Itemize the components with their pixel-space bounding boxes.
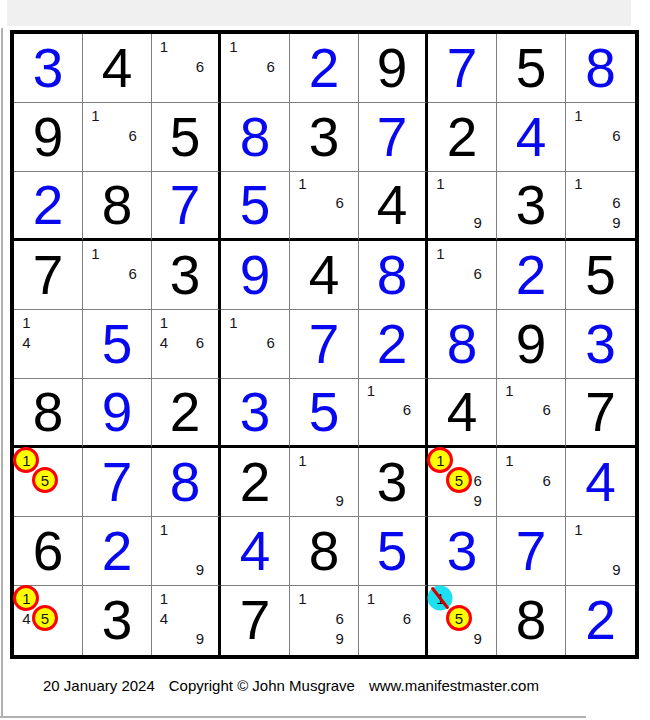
candidate-digit: 6 bbox=[196, 59, 204, 74]
candidate-slot-5 bbox=[312, 608, 331, 628]
cell-r3c2[interactable]: 8 bbox=[83, 172, 152, 241]
candidate-slot-8 bbox=[519, 420, 538, 439]
cell-r1c4[interactable]: 16 bbox=[221, 34, 290, 103]
candidate-digit: 1 bbox=[574, 108, 582, 123]
solved-digit: 5 bbox=[290, 379, 358, 445]
cell-r7c5[interactable]: 19 bbox=[290, 448, 359, 517]
candidate-slot-4: 4 bbox=[155, 332, 173, 352]
candidate-slot-1: 1 bbox=[362, 588, 380, 608]
solved-digit: 8 bbox=[359, 241, 425, 309]
given-digit: 8 bbox=[290, 517, 358, 585]
footer-website[interactable]: www.manifestmaster.com bbox=[369, 677, 539, 694]
cell-r9c2[interactable]: 3 bbox=[83, 586, 152, 655]
cell-r2c9[interactable]: 16 bbox=[566, 103, 635, 172]
candidate-slot-3 bbox=[191, 36, 209, 56]
candidate-digit: 1 bbox=[505, 453, 513, 468]
candidate-slot-1: 1 bbox=[431, 174, 450, 193]
candidate-slot-5 bbox=[380, 608, 398, 628]
cell-r8c9[interactable]: 19 bbox=[566, 517, 635, 586]
candidate-slot-6: 6 bbox=[261, 56, 280, 76]
candidate-slot-1: 1 bbox=[17, 312, 36, 332]
candidate-slot-3 bbox=[607, 105, 626, 125]
given-digit: 6 bbox=[14, 517, 82, 585]
cell-r5c1[interactable]: 14 bbox=[14, 310, 83, 379]
cell-r1c3[interactable]: 16 bbox=[152, 34, 221, 103]
candidate-slot-4: 4 bbox=[17, 332, 36, 352]
candidate-slot-6 bbox=[54, 332, 73, 352]
candidate-slot-6: 6 bbox=[330, 608, 349, 628]
candidate-slot-3 bbox=[468, 243, 487, 263]
cell-r6c6[interactable]: 16 bbox=[359, 379, 428, 448]
candidate-slot-2 bbox=[519, 450, 538, 470]
candidate-slot-6: 6 bbox=[261, 332, 280, 352]
solved-digit: 3 bbox=[566, 310, 635, 378]
candidate-slot-7 bbox=[155, 76, 173, 96]
candidate-digit: 6 bbox=[473, 473, 481, 488]
candidate-slot-5 bbox=[519, 470, 538, 490]
candidate-grid: 16 bbox=[221, 310, 289, 378]
cell-r2c4[interactable]: 8 bbox=[221, 103, 290, 172]
candidate-digit: 1 bbox=[22, 453, 30, 468]
cell-r2c5[interactable]: 3 bbox=[290, 103, 359, 172]
solved-digit: 8 bbox=[221, 103, 289, 171]
candidate-slot-2 bbox=[36, 312, 55, 332]
given-digit: 4 bbox=[359, 172, 425, 238]
candidate-slot-5 bbox=[519, 400, 538, 419]
solved-digit: 4 bbox=[566, 448, 635, 516]
candidate-slot-6: 6 bbox=[191, 56, 209, 76]
cell-r5c3[interactable]: 146 bbox=[152, 310, 221, 379]
cell-r9c1[interactable]: 145 bbox=[14, 586, 83, 655]
cell-r8c5[interactable]: 8 bbox=[290, 517, 359, 586]
cell-r6c5[interactable]: 5 bbox=[290, 379, 359, 448]
cell-r6c3[interactable]: 2 bbox=[152, 379, 221, 448]
cell-r6c4[interactable]: 3 bbox=[221, 379, 290, 448]
candidate-slot-9: 9 bbox=[191, 559, 209, 579]
candidate-slot-6: 6 bbox=[537, 470, 556, 490]
candidate-slot-1: 1 bbox=[86, 105, 105, 125]
solved-digit: 5 bbox=[83, 310, 151, 378]
candidate-slot-7 bbox=[17, 629, 36, 649]
candidate-slot-2 bbox=[243, 36, 262, 56]
candidate-slot-8 bbox=[312, 490, 331, 510]
cell-r6c1[interactable]: 8 bbox=[14, 379, 83, 448]
candidate-slot-3 bbox=[54, 450, 73, 470]
window-left-edge bbox=[1, 28, 3, 718]
candidate-digit: 6 bbox=[335, 195, 343, 210]
candidate-slot-1: 1 bbox=[500, 381, 519, 400]
candidate-digit: 1 bbox=[91, 108, 99, 123]
candidate-digit: 1 bbox=[367, 383, 375, 398]
candidate-slot-6 bbox=[607, 539, 626, 559]
cell-r8c2[interactable]: 2 bbox=[83, 517, 152, 586]
candidate-slot-7 bbox=[293, 629, 312, 649]
solved-digit: 9 bbox=[221, 241, 289, 309]
candidate-slot-3 bbox=[398, 588, 416, 608]
candidate-slot-9 bbox=[191, 76, 209, 96]
cell-r4c9[interactable]: 5 bbox=[566, 241, 635, 310]
cell-r7c4[interactable]: 2 bbox=[221, 448, 290, 517]
candidate-slot-6: 6 bbox=[123, 125, 142, 145]
candidate-slot-1: 1 bbox=[293, 174, 312, 193]
candidate-digit: 1 bbox=[229, 39, 237, 54]
candidate-slot-3 bbox=[468, 174, 487, 193]
candidate-digit: 6 bbox=[542, 473, 550, 488]
candidate-slot-5: 5 bbox=[450, 608, 469, 628]
candidate-digit: 6 bbox=[403, 611, 411, 626]
cell-r9c6[interactable]: 16 bbox=[359, 586, 428, 655]
candidate-slot-5: 5 bbox=[36, 470, 55, 490]
candidate-slot-7 bbox=[155, 352, 173, 372]
candidate-slot-8 bbox=[588, 145, 607, 165]
candidate-slot-5 bbox=[312, 193, 331, 212]
candidate-digit: 5 bbox=[455, 611, 463, 626]
candidate-digit: 6 bbox=[196, 335, 204, 350]
candidate-slot-1: 1 bbox=[155, 36, 173, 56]
candidate-slot-9 bbox=[468, 283, 487, 303]
candidate-digit: 1 bbox=[298, 176, 306, 191]
cell-r4c8[interactable]: 2 bbox=[497, 241, 566, 310]
candidate-slot-4 bbox=[155, 539, 173, 559]
candidate-slot-3 bbox=[330, 174, 349, 193]
given-digit: 8 bbox=[83, 172, 151, 238]
candidate-slot-4 bbox=[86, 125, 105, 145]
candidate-digit: 1 bbox=[91, 246, 99, 261]
cell-r9c8[interactable]: 8 bbox=[497, 586, 566, 655]
candidate-slot-3 bbox=[191, 312, 209, 332]
candidate-slot-9 bbox=[54, 629, 73, 649]
cell-r5c9[interactable]: 3 bbox=[566, 310, 635, 379]
candidate-slot-5 bbox=[312, 470, 331, 490]
candidate-slot-4 bbox=[569, 125, 588, 145]
candidate-digit: 4 bbox=[160, 335, 168, 350]
candidate-slot-8 bbox=[450, 283, 469, 303]
candidate-slot-4 bbox=[569, 193, 588, 212]
candidate-slot-3 bbox=[191, 588, 209, 608]
candidate-slot-7 bbox=[362, 420, 380, 439]
cell-r4c2[interactable]: 16 bbox=[83, 241, 152, 310]
candidate-slot-9 bbox=[607, 145, 626, 165]
candidate-grid: 16 bbox=[359, 379, 425, 445]
cell-r1c5[interactable]: 2 bbox=[290, 34, 359, 103]
cell-r4c1[interactable]: 7 bbox=[14, 241, 83, 310]
cell-r9c4[interactable]: 7 bbox=[221, 586, 290, 655]
cell-r3c5[interactable]: 16 bbox=[290, 172, 359, 241]
candidate-slot-1: 1 bbox=[17, 588, 36, 608]
given-digit: 7 bbox=[566, 379, 635, 445]
candidate-slot-1: 1 bbox=[362, 381, 380, 400]
candidate-slot-2 bbox=[312, 588, 331, 608]
candidate-grid: 16 bbox=[497, 379, 565, 445]
candidate-slot-4: 4 bbox=[155, 608, 173, 628]
given-digit: 3 bbox=[497, 172, 565, 238]
cell-r4c7[interactable]: 16 bbox=[428, 241, 497, 310]
cell-r7c7[interactable]: 1569 bbox=[428, 448, 497, 517]
candidate-grid: 19 bbox=[290, 448, 358, 516]
candidate-slot-2 bbox=[105, 243, 124, 263]
cell-r7c2[interactable]: 7 bbox=[83, 448, 152, 517]
cell-r9c9[interactable]: 2 bbox=[566, 586, 635, 655]
candidate-slot-7 bbox=[86, 283, 105, 303]
candidate-digit: 1 bbox=[436, 246, 444, 261]
candidate-slot-4 bbox=[155, 56, 173, 76]
candidate-grid: 14 bbox=[14, 310, 82, 378]
candidate-slot-1: 1 bbox=[431, 588, 450, 608]
candidate-slot-4 bbox=[86, 263, 105, 283]
candidate-slot-9 bbox=[261, 352, 280, 372]
candidate-slot-4 bbox=[500, 400, 519, 419]
candidate-slot-1: 1 bbox=[569, 519, 588, 539]
candidate-slot-2 bbox=[173, 519, 191, 539]
candidate-slot-8 bbox=[450, 490, 469, 510]
cell-r5c8[interactable]: 9 bbox=[497, 310, 566, 379]
cell-r1c2[interactable]: 4 bbox=[83, 34, 152, 103]
candidate-slot-5 bbox=[450, 263, 469, 283]
candidate-digit: 6 bbox=[473, 266, 481, 281]
cell-r3c8[interactable]: 3 bbox=[497, 172, 566, 241]
candidate-slot-9 bbox=[123, 145, 142, 165]
candidate-grid: 16 bbox=[428, 241, 496, 309]
candidate-digit: 4 bbox=[22, 611, 30, 626]
cell-r1c6[interactable]: 9 bbox=[359, 34, 428, 103]
candidate-slot-7 bbox=[155, 629, 173, 649]
cell-r1c7[interactable]: 7 bbox=[428, 34, 497, 103]
candidate-slot-5 bbox=[588, 193, 607, 212]
candidate-slot-2 bbox=[519, 381, 538, 400]
candidate-slot-2 bbox=[588, 105, 607, 125]
cell-r5c6[interactable]: 2 bbox=[359, 310, 428, 379]
solved-digit: 3 bbox=[428, 517, 496, 585]
cell-r4c6[interactable]: 8 bbox=[359, 241, 428, 310]
candidate-digit: 1 bbox=[160, 315, 168, 330]
cell-r8c6[interactable]: 5 bbox=[359, 517, 428, 586]
solved-digit: 7 bbox=[290, 310, 358, 378]
cell-r7c3[interactable]: 8 bbox=[152, 448, 221, 517]
candidate-slot-1: 1 bbox=[569, 105, 588, 125]
candidate-slot-1: 1 bbox=[224, 36, 243, 56]
candidate-grid: 16 bbox=[566, 103, 635, 171]
given-digit: 3 bbox=[290, 103, 358, 171]
candidate-slot-3 bbox=[398, 381, 416, 400]
candidate-digit: 1 bbox=[160, 522, 168, 537]
candidate-slot-1: 1 bbox=[293, 588, 312, 608]
cell-r3c9[interactable]: 169 bbox=[566, 172, 635, 241]
given-digit: 3 bbox=[83, 586, 151, 655]
candidate-slot-3 bbox=[330, 450, 349, 470]
candidate-slot-8 bbox=[36, 352, 55, 372]
candidate-slot-5 bbox=[588, 539, 607, 559]
solved-digit: 7 bbox=[359, 103, 425, 171]
candidate-slot-3 bbox=[54, 588, 73, 608]
candidate-digit: 1 bbox=[160, 591, 168, 606]
candidate-slot-6 bbox=[468, 193, 487, 212]
candidate-slot-8 bbox=[380, 629, 398, 649]
candidate-slot-3 bbox=[537, 381, 556, 400]
candidate-slot-7 bbox=[500, 490, 519, 510]
solved-digit: 2 bbox=[359, 310, 425, 378]
candidate-slot-6: 6 bbox=[468, 263, 487, 283]
candidate-slot-8 bbox=[588, 213, 607, 232]
candidate-slot-5 bbox=[243, 332, 262, 352]
candidate-grid: 169 bbox=[566, 172, 635, 238]
candidate-grid: 146 bbox=[152, 310, 218, 378]
candidate-grid: 15 bbox=[14, 448, 82, 516]
candidate-slot-3 bbox=[607, 174, 626, 193]
cell-r3c6[interactable]: 4 bbox=[359, 172, 428, 241]
cell-r9c7[interactable]: 159 bbox=[428, 586, 497, 655]
cell-r1c1[interactable]: 3 bbox=[14, 34, 83, 103]
cell-r8c3[interactable]: 19 bbox=[152, 517, 221, 586]
candidate-slot-1: 1 bbox=[569, 174, 588, 193]
cell-r6c2[interactable]: 9 bbox=[83, 379, 152, 448]
candidate-slot-6: 6 bbox=[537, 400, 556, 419]
cell-r4c3[interactable]: 3 bbox=[152, 241, 221, 310]
solved-digit: 5 bbox=[221, 172, 289, 238]
candidate-slot-5 bbox=[105, 125, 124, 145]
cell-r3c3[interactable]: 7 bbox=[152, 172, 221, 241]
candidate-grid: 19 bbox=[566, 517, 635, 585]
candidate-grid: 16 bbox=[497, 448, 565, 516]
candidate-slot-6: 6 bbox=[398, 608, 416, 628]
solved-digit: 2 bbox=[83, 517, 151, 585]
solved-digit: 8 bbox=[152, 448, 218, 516]
candidate-digit: 9 bbox=[473, 215, 481, 230]
candidate-digit: 6 bbox=[403, 402, 411, 417]
candidate-digit: 9 bbox=[612, 562, 620, 577]
cell-r3c1[interactable]: 2 bbox=[14, 172, 83, 241]
cell-r2c6[interactable]: 7 bbox=[359, 103, 428, 172]
candidate-slot-9 bbox=[398, 420, 416, 439]
candidate-slot-2 bbox=[105, 105, 124, 125]
candidate-slot-7 bbox=[362, 629, 380, 649]
solved-digit: 8 bbox=[428, 310, 496, 378]
given-digit: 5 bbox=[152, 103, 218, 171]
candidate-digit: 1 bbox=[229, 315, 237, 330]
candidate-slot-6: 6 bbox=[330, 193, 349, 212]
cell-r9c3[interactable]: 149 bbox=[152, 586, 221, 655]
cell-r2c3[interactable]: 5 bbox=[152, 103, 221, 172]
given-digit: 7 bbox=[221, 586, 289, 655]
candidate-slot-7 bbox=[224, 76, 243, 96]
window-top-strip bbox=[7, 0, 631, 26]
candidate-digit: 1 bbox=[574, 522, 582, 537]
given-digit: 2 bbox=[152, 379, 218, 445]
candidate-digit: 1 bbox=[298, 453, 306, 468]
solved-digit: 2 bbox=[566, 586, 635, 655]
cell-r8c4[interactable]: 4 bbox=[221, 517, 290, 586]
candidate-slot-6: 6 bbox=[398, 400, 416, 419]
cell-r2c7[interactable]: 2 bbox=[428, 103, 497, 172]
cell-r8c8[interactable]: 7 bbox=[497, 517, 566, 586]
candidate-slot-8 bbox=[173, 559, 191, 579]
footer-date: 20 January 2024 bbox=[43, 677, 155, 694]
candidate-slot-8 bbox=[105, 283, 124, 303]
solved-digit: 2 bbox=[14, 172, 82, 238]
candidate-slot-8 bbox=[105, 145, 124, 165]
given-digit: 5 bbox=[566, 241, 635, 309]
candidate-digit: 9 bbox=[196, 562, 204, 577]
cell-r5c5[interactable]: 7 bbox=[290, 310, 359, 379]
candidate-digit: 6 bbox=[542, 402, 550, 417]
cell-r7c8[interactable]: 16 bbox=[497, 448, 566, 517]
cell-r8c7[interactable]: 3 bbox=[428, 517, 497, 586]
candidate-digit: 6 bbox=[335, 611, 343, 626]
candidate-slot-8 bbox=[519, 490, 538, 510]
cell-r6c8[interactable]: 16 bbox=[497, 379, 566, 448]
cell-r3c7[interactable]: 19 bbox=[428, 172, 497, 241]
cell-r4c4[interactable]: 9 bbox=[221, 241, 290, 310]
candidate-slot-3 bbox=[123, 243, 142, 263]
given-digit: 7 bbox=[14, 241, 82, 309]
candidate-slot-2 bbox=[312, 450, 331, 470]
cell-r6c7[interactable]: 4 bbox=[428, 379, 497, 448]
candidate-slot-7 bbox=[293, 490, 312, 510]
candidate-slot-3 bbox=[191, 519, 209, 539]
cell-r7c1[interactable]: 15 bbox=[14, 448, 83, 517]
candidate-grid: 16 bbox=[152, 34, 218, 102]
given-digit: 4 bbox=[83, 34, 151, 102]
candidate-slot-7 bbox=[500, 420, 519, 439]
cell-r4c5[interactable]: 4 bbox=[290, 241, 359, 310]
candidate-slot-7 bbox=[293, 213, 312, 232]
given-digit: 9 bbox=[14, 103, 82, 171]
solved-digit: 9 bbox=[83, 379, 151, 445]
cell-r5c7[interactable]: 8 bbox=[428, 310, 497, 379]
cell-r7c6[interactable]: 3 bbox=[359, 448, 428, 517]
candidate-digit: 6 bbox=[128, 128, 136, 143]
cell-r2c2[interactable]: 16 bbox=[83, 103, 152, 172]
cell-r9c5[interactable]: 169 bbox=[290, 586, 359, 655]
candidate-slot-6 bbox=[191, 539, 209, 559]
candidate-digit: 9 bbox=[473, 631, 481, 646]
candidate-slot-4 bbox=[362, 608, 380, 628]
candidate-digit: 9 bbox=[335, 493, 343, 508]
candidate-slot-5 bbox=[36, 332, 55, 352]
candidate-slot-1: 1 bbox=[431, 243, 450, 263]
cell-r2c8[interactable]: 4 bbox=[497, 103, 566, 172]
cell-r8c1[interactable]: 6 bbox=[14, 517, 83, 586]
cell-r1c8[interactable]: 5 bbox=[497, 34, 566, 103]
cell-r7c9[interactable]: 4 bbox=[566, 448, 635, 517]
candidate-slot-1: 1 bbox=[224, 312, 243, 332]
candidate-slot-2 bbox=[380, 588, 398, 608]
candidate-slot-8 bbox=[243, 76, 262, 96]
candidate-slot-7 bbox=[431, 283, 450, 303]
cell-r3c4[interactable]: 5 bbox=[221, 172, 290, 241]
candidate-slot-8 bbox=[450, 213, 469, 232]
candidate-slot-2 bbox=[380, 381, 398, 400]
cell-r6c9[interactable]: 7 bbox=[566, 379, 635, 448]
candidate-digit: 1 bbox=[505, 383, 513, 398]
cell-r5c2[interactable]: 5 bbox=[83, 310, 152, 379]
candidate-slot-2 bbox=[588, 174, 607, 193]
cell-r1c9[interactable]: 8 bbox=[566, 34, 635, 103]
candidate-digit: 1 bbox=[298, 591, 306, 606]
cell-r2c1[interactable]: 9 bbox=[14, 103, 83, 172]
candidate-digit: 4 bbox=[160, 611, 168, 626]
candidate-slot-4 bbox=[293, 193, 312, 212]
candidate-slot-2 bbox=[450, 243, 469, 263]
candidate-slot-1: 1 bbox=[155, 588, 173, 608]
candidate-slot-9 bbox=[54, 352, 73, 372]
solved-digit: 7 bbox=[152, 172, 218, 238]
cell-r5c4[interactable]: 16 bbox=[221, 310, 290, 379]
given-digit: 8 bbox=[497, 586, 565, 655]
candidate-slot-7 bbox=[17, 352, 36, 372]
candidate-slot-9 bbox=[191, 352, 209, 372]
candidate-slot-2 bbox=[173, 36, 191, 56]
candidate-slot-8 bbox=[450, 629, 469, 649]
